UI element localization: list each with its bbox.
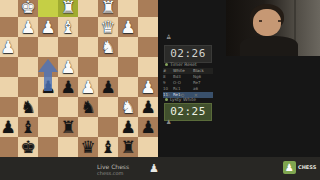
square-b8[interactable]: ♜ — [118, 137, 138, 157]
piece-bP-h7: ♟ — [0, 117, 18, 137]
piece-bQ-d8: ♛ — [78, 137, 98, 157]
square-d2[interactable] — [78, 17, 98, 37]
status-dot-icon — [165, 63, 168, 66]
square-d6[interactable]: ♞ — [78, 97, 98, 117]
piece-bP-a6: ♟ — [138, 97, 158, 117]
square-b5[interactable] — [118, 77, 138, 97]
square-f7[interactable] — [38, 117, 58, 137]
square-g3[interactable] — [18, 37, 38, 57]
square-f4[interactable] — [38, 57, 58, 77]
piece-bP-a7: ♟ — [138, 117, 158, 137]
logo-text: CHESS — [298, 164, 316, 170]
piece-wK-g1: ♚ — [18, 0, 38, 17]
square-d3[interactable] — [78, 37, 98, 57]
piece-wN-c3: ♞ — [98, 37, 118, 57]
square-a6[interactable]: ♟ — [138, 97, 158, 117]
square-d4[interactable] — [78, 57, 98, 77]
square-b1[interactable] — [118, 0, 138, 17]
square-e8[interactable] — [58, 137, 78, 157]
piece-bP-b7: ♟ — [118, 117, 138, 137]
board-grid: ♚♜♜♟♟♝♛♟♟♞♟♟♟♟♟♟♞♞♞♟♟♝♜♟♟♚♛♝♜ — [0, 0, 158, 157]
square-h1[interactable] — [0, 0, 18, 17]
player-label: Lysty White — [165, 97, 196, 102]
square-a4[interactable] — [138, 57, 158, 77]
streamer-body — [240, 36, 298, 56]
square-d7[interactable] — [78, 117, 98, 137]
square-e7[interactable]: ♜ — [58, 117, 78, 137]
piece-wR-c1: ♜ — [98, 0, 118, 17]
square-f2[interactable]: ♟ — [38, 17, 58, 37]
square-a8[interactable] — [138, 137, 158, 157]
streamer-face — [253, 9, 281, 36]
piece-wP-e4: ♟ — [58, 57, 78, 77]
piece-bN-d6: ♞ — [78, 97, 98, 117]
square-g1[interactable]: ♚ — [18, 0, 38, 17]
piece-wQ-c2: ♛ — [98, 17, 118, 37]
square-a2[interactable] — [138, 17, 158, 37]
square-d1[interactable] — [78, 0, 98, 17]
chess-site-logo: ♟ CHESS — [283, 160, 317, 176]
piece-wN-b6: ♞ — [118, 97, 138, 117]
square-f6[interactable] — [38, 97, 58, 117]
square-e6[interactable] — [58, 97, 78, 117]
square-c6[interactable] — [98, 97, 118, 117]
square-h6[interactable] — [0, 97, 18, 117]
square-h2[interactable] — [0, 17, 18, 37]
square-b7[interactable]: ♟ — [118, 117, 138, 137]
player-piece-icon: ♟ — [166, 118, 171, 125]
square-c3[interactable]: ♞ — [98, 37, 118, 57]
square-g7[interactable]: ♝ — [18, 117, 38, 137]
square-e1[interactable]: ♜ — [58, 0, 78, 17]
square-b3[interactable] — [118, 37, 138, 57]
square-c5[interactable]: ♟ — [98, 77, 118, 97]
square-e2[interactable]: ♝ — [58, 17, 78, 37]
square-f3[interactable] — [38, 37, 58, 57]
piece-bP-e5: ♟ — [58, 77, 78, 97]
square-g4[interactable] — [18, 57, 38, 77]
streamer-eyes — [259, 20, 281, 22]
square-e4[interactable]: ♟ — [58, 57, 78, 77]
bottom-bar-title: Live Chess — [97, 163, 129, 170]
captured-pawn-icon: ♟ — [149, 162, 159, 175]
square-f1[interactable] — [38, 0, 58, 17]
webcam-feed — [226, 0, 320, 56]
square-g2[interactable]: ♟ — [18, 17, 38, 37]
square-h3[interactable]: ♟ — [0, 37, 18, 57]
piece-wP-h3: ♟ — [0, 37, 18, 57]
square-b2[interactable]: ♟ — [118, 17, 138, 37]
square-f5[interactable]: ♟ — [38, 77, 58, 97]
piece-bP-f5: ♟ — [38, 77, 58, 97]
square-f8[interactable] — [38, 137, 58, 157]
piece-bK-g8: ♚ — [18, 137, 38, 157]
square-d5[interactable]: ♟ — [78, 77, 98, 97]
square-b6[interactable]: ♞ — [118, 97, 138, 117]
piece-bR-e7: ♜ — [58, 117, 78, 137]
piece-bP-c5: ♟ — [98, 77, 118, 97]
square-c8[interactable]: ♝ — [98, 137, 118, 157]
chess-board: ♚♜♜♟♟♝♛♟♟♞♟♟♟♟♟♟♞♞♞♟♟♝♜♟♟♚♛♝♜ — [0, 0, 158, 157]
stream-screen: ♚♜♜♟♟♝♛♟♟♞♟♟♟♟♟♟♞♞♞♟♟♝♜♟♟♚♛♝♜ ♙ 02:26 Ti… — [0, 0, 320, 180]
piece-bR-b8: ♜ — [118, 137, 138, 157]
piece-bB-g7: ♝ — [18, 117, 38, 137]
piece-wP-f2: ♟ — [38, 17, 58, 37]
square-h7[interactable]: ♟ — [0, 117, 18, 137]
square-d8[interactable]: ♛ — [78, 137, 98, 157]
piece-wB-e2: ♝ — [58, 17, 78, 37]
bottom-bar: Live Chess chess.com ♟ ♟ CHESS — [0, 157, 320, 180]
piece-wR-e1: ♜ — [58, 0, 78, 17]
square-h5[interactable] — [0, 77, 18, 97]
piece-wP-g2: ♟ — [18, 17, 38, 37]
square-c4[interactable] — [98, 57, 118, 77]
square-e3[interactable] — [58, 37, 78, 57]
square-c2[interactable]: ♛ — [98, 17, 118, 37]
opponent-clock: 02:26 — [164, 45, 212, 63]
square-a5[interactable]: ♟ — [138, 77, 158, 97]
square-g5[interactable] — [18, 77, 38, 97]
square-g6[interactable]: ♞ — [18, 97, 38, 117]
piece-wP-a5: ♟ — [138, 77, 158, 97]
square-h8[interactable] — [0, 137, 18, 157]
opponent-label: Timer Reset — [165, 62, 197, 67]
square-a3[interactable] — [138, 37, 158, 57]
top-player-icon: ♙ — [166, 33, 171, 40]
bottom-bar-subtitle: chess.com — [97, 170, 123, 176]
piece-wP-d5: ♟ — [78, 77, 98, 97]
logo-pawn-icon: ♟ — [283, 161, 296, 174]
square-a7[interactable]: ♟ — [138, 117, 158, 137]
piece-bB-c8: ♝ — [98, 137, 118, 157]
square-a1[interactable] — [138, 0, 158, 17]
square-b4[interactable] — [118, 57, 138, 77]
piece-bN-g6: ♞ — [18, 97, 38, 117]
square-c7[interactable] — [98, 117, 118, 137]
piece-wP-b2: ♟ — [118, 17, 138, 37]
status-dot-icon — [165, 98, 168, 101]
square-c1[interactable]: ♜ — [98, 0, 118, 17]
square-h4[interactable] — [0, 57, 18, 77]
square-g8[interactable]: ♚ — [18, 137, 38, 157]
square-e5[interactable]: ♟ — [58, 77, 78, 97]
